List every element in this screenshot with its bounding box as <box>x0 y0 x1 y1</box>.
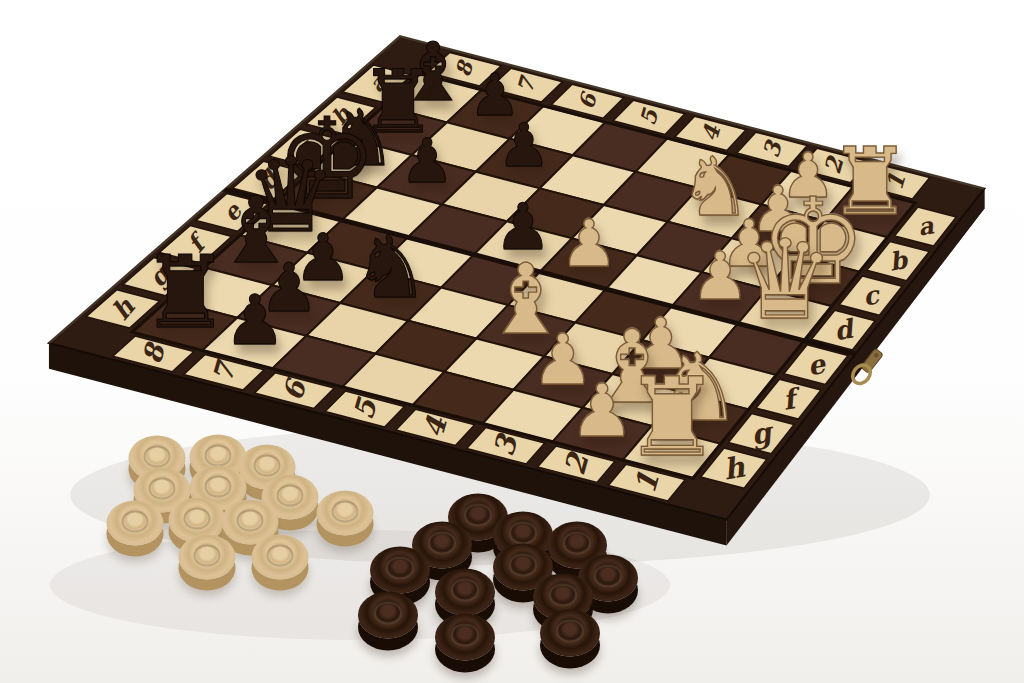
piece-black-pawn-h7[interactable]: ♟ <box>224 286 286 355</box>
piece-black-pawn-c7[interactable]: ♟ <box>400 130 455 191</box>
checker-dark-5[interactable] <box>370 547 430 594</box>
checker-light-8[interactable] <box>107 501 164 546</box>
studio-scene: 8877665544332211aabbccddeeffgghh ♝♜♞♚♛♝♜… <box>0 0 1024 683</box>
checker-light-11[interactable] <box>179 535 236 580</box>
piece-white-rook-h1[interactable]: ♜ <box>623 363 721 472</box>
checker-dark-10[interactable] <box>358 592 418 639</box>
checker-light-12[interactable] <box>252 535 309 580</box>
checker-dark-11[interactable] <box>435 614 495 661</box>
checker-dark-8[interactable] <box>435 569 495 616</box>
checker-dark-12[interactable] <box>540 610 600 657</box>
piece-white-queen-d1[interactable]: ♛ <box>736 225 835 335</box>
piece-black-pawn-b6[interactable]: ♟ <box>497 115 551 175</box>
piece-black-rook-h8[interactable]: ♜ <box>140 243 230 343</box>
checker-light-7[interactable] <box>317 491 374 536</box>
piece-black-knight-f6[interactable]: ♞ <box>352 224 429 310</box>
